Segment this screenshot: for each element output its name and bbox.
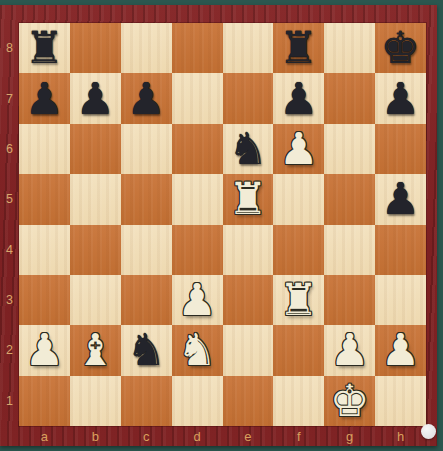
square-h2[interactable]: ♟ [375,325,426,375]
piece-white-pawn[interactable]: ♟ [25,328,64,372]
square-d7[interactable] [172,73,223,123]
square-g2[interactable]: ♟ [324,325,375,375]
square-e7[interactable] [223,73,274,123]
square-a6[interactable] [19,124,70,174]
piece-white-knight[interactable]: ♞ [177,328,216,372]
piece-black-pawn[interactable]: ♟ [25,77,64,121]
square-c1[interactable] [121,376,172,426]
square-c6[interactable] [121,124,172,174]
square-d5[interactable] [172,174,223,224]
square-e6[interactable]: ♞ [223,124,274,174]
square-b5[interactable] [70,174,121,224]
piece-white-pawn[interactable]: ♟ [279,127,318,171]
square-h5[interactable]: ♟ [375,174,426,224]
square-c4[interactable] [121,225,172,275]
square-g6[interactable] [324,124,375,174]
square-d6[interactable] [172,124,223,174]
rank-label-2: 2 [0,325,19,375]
square-f2[interactable] [273,325,324,375]
square-f3[interactable]: ♜ [273,275,324,325]
square-c5[interactable] [121,174,172,224]
square-e5[interactable]: ♜ [223,174,274,224]
square-f5[interactable] [273,174,324,224]
square-g7[interactable] [324,73,375,123]
square-a8[interactable]: ♜ [19,23,70,73]
square-a4[interactable] [19,225,70,275]
piece-black-pawn[interactable]: ♟ [76,77,115,121]
square-a3[interactable] [19,275,70,325]
piece-black-pawn[interactable]: ♟ [381,77,420,121]
rank-label-4: 4 [0,225,19,275]
piece-black-pawn[interactable]: ♟ [126,77,165,121]
square-a7[interactable]: ♟ [19,73,70,123]
rank-label-1: 1 [0,376,19,426]
square-c2[interactable]: ♞ [121,325,172,375]
piece-black-king[interactable]: ♚ [381,26,420,70]
piece-black-rook[interactable]: ♜ [279,26,318,70]
square-d4[interactable] [172,225,223,275]
file-label-h: h [375,426,426,446]
square-f4[interactable] [273,225,324,275]
rank-label-8: 8 [0,23,19,73]
square-a1[interactable] [19,376,70,426]
square-f7[interactable]: ♟ [273,73,324,123]
file-label-g: g [324,426,375,446]
rank-label-5: 5 [0,174,19,224]
chess-board: ♜♜♚♟♟♟♟♟♞♟♜♟♟♜♟♝♞♞♟♟♚ 87654321abcdefgh [0,5,437,446]
square-d8[interactable] [172,23,223,73]
square-b3[interactable] [70,275,121,325]
square-b8[interactable] [70,23,121,73]
square-g4[interactable] [324,225,375,275]
rank-label-7: 7 [0,73,19,123]
square-e2[interactable] [223,325,274,375]
piece-white-pawn[interactable]: ♟ [381,328,420,372]
piece-white-pawn[interactable]: ♟ [177,278,216,322]
square-e1[interactable] [223,376,274,426]
file-label-b: b [70,426,121,446]
square-f8[interactable]: ♜ [273,23,324,73]
square-g3[interactable] [324,275,375,325]
file-label-f: f [273,426,324,446]
square-f6[interactable]: ♟ [273,124,324,174]
squares-grid: ♜♜♚♟♟♟♟♟♞♟♜♟♟♜♟♝♞♞♟♟♚ [19,23,426,426]
square-d3[interactable]: ♟ [172,275,223,325]
square-e4[interactable] [223,225,274,275]
square-b4[interactable] [70,225,121,275]
file-label-e: e [223,426,274,446]
piece-black-knight[interactable]: ♞ [126,328,165,372]
piece-black-pawn[interactable]: ♟ [381,177,420,221]
square-g5[interactable] [324,174,375,224]
piece-black-knight[interactable]: ♞ [228,127,267,171]
square-g8[interactable] [324,23,375,73]
piece-white-pawn[interactable]: ♟ [330,328,369,372]
square-a2[interactable]: ♟ [19,325,70,375]
square-c8[interactable] [121,23,172,73]
piece-white-bishop[interactable]: ♝ [76,328,115,372]
square-b7[interactable]: ♟ [70,73,121,123]
square-c7[interactable]: ♟ [121,73,172,123]
square-h7[interactable]: ♟ [375,73,426,123]
square-c3[interactable] [121,275,172,325]
square-b1[interactable] [70,376,121,426]
square-g1[interactable]: ♚ [324,376,375,426]
square-d1[interactable] [172,376,223,426]
square-a5[interactable] [19,174,70,224]
piece-white-rook[interactable]: ♜ [228,177,267,221]
piece-white-rook[interactable]: ♜ [279,278,318,322]
piece-black-rook[interactable]: ♜ [25,26,64,70]
square-b6[interactable] [70,124,121,174]
square-d2[interactable]: ♞ [172,325,223,375]
square-h8[interactable]: ♚ [375,23,426,73]
rank-label-3: 3 [0,275,19,325]
square-h1[interactable] [375,376,426,426]
square-e8[interactable] [223,23,274,73]
piece-black-pawn[interactable]: ♟ [279,77,318,121]
rank-label-6: 6 [0,124,19,174]
file-label-a: a [19,426,70,446]
square-h4[interactable] [375,225,426,275]
file-label-d: d [172,426,223,446]
square-f1[interactable] [273,376,324,426]
square-h3[interactable] [375,275,426,325]
square-b2[interactable]: ♝ [70,325,121,375]
square-h6[interactable] [375,124,426,174]
square-e3[interactable] [223,275,274,325]
piece-white-king[interactable]: ♚ [330,379,369,423]
file-label-c: c [121,426,172,446]
